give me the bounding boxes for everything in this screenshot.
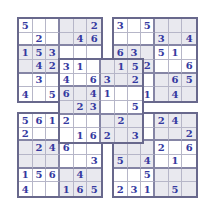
- grid-center-cell-r4c3[interactable]: 3: [87, 101, 101, 115]
- grid-center-cell-r3c3[interactable]: 4: [87, 87, 101, 101]
- grid-bottom-left-cell-r4c2[interactable]: [33, 155, 47, 169]
- grid-top-left-cell-r1c3[interactable]: [46, 19, 60, 33]
- grid-top-left-cell-r6c2[interactable]: [33, 87, 47, 101]
- grid-center-cell-r2c6[interactable]: 2: [128, 74, 142, 88]
- grid-center-cell-r2c1[interactable]: 4: [60, 74, 74, 88]
- grid-bottom-left-cell-r6c3[interactable]: [46, 182, 60, 196]
- grid-center-cell-r1c5[interactable]: 1: [115, 60, 129, 74]
- grid-bottom-right-cell-r2c4[interactable]: [155, 128, 169, 142]
- grid-bottom-left-cell-r5c1[interactable]: 1: [19, 169, 33, 183]
- grid-bottom-left-cell-r6c6[interactable]: 5: [87, 182, 101, 196]
- grid-top-left-cell-r6c1[interactable]: 4: [19, 87, 33, 101]
- grid-center-cell-r3c6[interactable]: [128, 87, 142, 101]
- grid-center-cell-r6c2[interactable]: 1: [74, 128, 88, 142]
- grid-bottom-right-cell-r6c2[interactable]: 3: [128, 182, 142, 196]
- grid-center-cell-r5c4[interactable]: [101, 115, 115, 129]
- grid-top-left-cell-r2c3[interactable]: [46, 33, 60, 47]
- grid-bottom-right-cell-r5c1[interactable]: [114, 169, 128, 183]
- grid-center-cell-r5c6[interactable]: [128, 115, 142, 129]
- grid-bottom-right-cell-r1c4[interactable]: 2: [155, 114, 169, 128]
- grid-bottom-left-cell-r4c4[interactable]: [60, 155, 74, 169]
- grid-center-cell-r1c4[interactable]: [101, 60, 115, 74]
- grid-bottom-left-cell-r4c1[interactable]: [19, 155, 33, 169]
- grid-bottom-right-cell-r3c4[interactable]: 2: [155, 141, 169, 155]
- grid-center-cell-r6c1[interactable]: [60, 128, 74, 142]
- grid-top-right-cell-r3c4[interactable]: 5: [155, 46, 169, 60]
- grid-center-cell-r4c4[interactable]: [101, 101, 115, 115]
- grid-top-left-cell-r2c4[interactable]: [60, 33, 74, 47]
- grid-bottom-right-cell-r5c5[interactable]: [169, 169, 183, 183]
- grid-center-cell-r5c2[interactable]: [74, 115, 88, 129]
- grid-center-cell-r3c1[interactable]: 6: [60, 87, 74, 101]
- grid-top-right-cell-r2c3[interactable]: [141, 33, 155, 47]
- grid-top-right-cell-r1c2[interactable]: [128, 19, 142, 33]
- grid-center-cell-r2c4[interactable]: 3: [101, 74, 115, 88]
- grid-top-right-cell-r4c6[interactable]: 6: [182, 60, 196, 74]
- grid-center-cell-r5c5[interactable]: 2: [115, 115, 129, 129]
- grid-top-right-cell-r1c4[interactable]: [155, 19, 169, 33]
- grid-bottom-left-cell-r2c2[interactable]: [33, 128, 47, 142]
- grid-bottom-right-cell-r4c4[interactable]: [155, 155, 169, 169]
- grid-bottom-right-cell-r6c1[interactable]: 2: [114, 182, 128, 196]
- grid-center-cell-r2c5[interactable]: [115, 74, 129, 88]
- grid-top-right-cell-r6c5[interactable]: 4: [169, 87, 183, 101]
- grid-top-right-cell-r1c5[interactable]: [169, 19, 183, 33]
- grid-bottom-left-cell-r6c1[interactable]: 4: [19, 182, 33, 196]
- grid-top-right-cell-r1c1[interactable]: 3: [114, 19, 128, 33]
- grid-top-left-cell-r1c5[interactable]: [74, 19, 88, 33]
- grid-center-cell-r6c6[interactable]: 3: [128, 128, 142, 142]
- grid-top-right-cell-r6c4[interactable]: [155, 87, 169, 101]
- grid-bottom-left-cell-r3c2[interactable]: 2: [33, 141, 47, 155]
- grid-top-right-cell-r3c5[interactable]: 1: [169, 46, 183, 60]
- grid-bottom-right-cell-r2c6[interactable]: 2: [182, 128, 196, 142]
- grid-top-left-cell-r5c2[interactable]: 3: [33, 74, 47, 88]
- grid-bottom-right-cell-r5c2[interactable]: [128, 169, 142, 183]
- grid-center: 31154632641235221623: [58, 58, 144, 144]
- grid-top-left-cell-r4c1[interactable]: [19, 60, 33, 74]
- grid-top-right-cell-r2c4[interactable]: 3: [155, 33, 169, 47]
- grid-center-cell-r6c4[interactable]: 2: [101, 128, 115, 142]
- grid-bottom-left-cell-r4c6[interactable]: 3: [87, 155, 101, 169]
- grid-bottom-left-cell-r5c2[interactable]: 5: [33, 169, 47, 183]
- grid-bottom-right-cell-r3c5[interactable]: [169, 141, 183, 155]
- grid-bottom-left-cell-r4c3[interactable]: [46, 155, 60, 169]
- grid-bottom-right-cell-r5c3[interactable]: 5: [141, 169, 155, 183]
- grid-top-right-cell-r6c6[interactable]: [182, 87, 196, 101]
- grid-bottom-right-cell-r5c4[interactable]: [155, 169, 169, 183]
- grid-top-right-cell-r2c6[interactable]: 4: [182, 33, 196, 47]
- grid-center-cell-r5c1[interactable]: 2: [60, 115, 74, 129]
- grid-top-right-cell-r2c2[interactable]: [128, 33, 142, 47]
- grid-top-right-cell-r2c5[interactable]: [169, 33, 183, 47]
- grid-bottom-right-cell-r5c6[interactable]: [182, 169, 196, 183]
- grid-bottom-right-cell-r6c3[interactable]: 1: [141, 182, 155, 196]
- grid-top-right-cell-r4c5[interactable]: [169, 60, 183, 74]
- grid-bottom-left-cell-r1c1[interactable]: 5: [19, 114, 33, 128]
- grid-top-left-cell-r1c6[interactable]: 2: [87, 19, 101, 33]
- grid-bottom-right-cell-r4c2[interactable]: [128, 155, 142, 169]
- grid-top-left-cell-r5c1[interactable]: [19, 74, 33, 88]
- samurai-sudoku-board: 5224615342313464564353463511526265145612…: [0, 0, 200, 200]
- grid-top-right-cell-r3c6[interactable]: [182, 46, 196, 60]
- grid-bottom-left-cell-r6c2[interactable]: [33, 182, 47, 196]
- grid-top-right-cell-r1c3[interactable]: 5: [141, 19, 155, 33]
- grid-center-cell-r4c5[interactable]: [115, 101, 129, 115]
- grid-top-right-cell-r5c5[interactable]: 6: [169, 74, 183, 88]
- grid-bottom-left-cell-r5c6[interactable]: [87, 169, 101, 183]
- grid-top-left-cell-r2c5[interactable]: 4: [74, 33, 88, 47]
- grid-center-cell-r3c5[interactable]: [115, 87, 129, 101]
- grid-center-cell-r2c2[interactable]: [74, 74, 88, 88]
- grid-center-cell-r4c6[interactable]: 5: [128, 101, 142, 115]
- grid-top-left-cell-r2c1[interactable]: [19, 33, 33, 47]
- grid-bottom-right-cell-r6c5[interactable]: 5: [169, 182, 183, 196]
- grid-center-cell-r3c2[interactable]: [74, 87, 88, 101]
- grid-center-cell-r1c2[interactable]: 1: [74, 60, 88, 74]
- grid-bottom-right-cell-r1c6[interactable]: [182, 114, 196, 128]
- grid-bottom-left-cell-r4c5[interactable]: [74, 155, 88, 169]
- grid-bottom-left-cell-r2c1[interactable]: 2: [19, 128, 33, 142]
- grid-center-cell-r5c3[interactable]: [87, 115, 101, 129]
- grid-bottom-right-cell-r6c4[interactable]: [155, 182, 169, 196]
- grid-bottom-left-cell-r5c5[interactable]: 4: [74, 169, 88, 183]
- grid-top-left-cell-r2c2[interactable]: 2: [33, 33, 47, 47]
- grid-top-left-cell-r1c2[interactable]: [33, 19, 47, 33]
- grid-top-left-cell-r1c1[interactable]: 5: [19, 19, 33, 33]
- grid-bottom-right-cell-r3c6[interactable]: 6: [182, 141, 196, 155]
- grid-center-cell-r4c1[interactable]: [60, 101, 74, 115]
- grid-bottom-left-cell-r6c5[interactable]: 6: [74, 182, 88, 196]
- grid-center-cell-r1c6[interactable]: 5: [128, 60, 142, 74]
- grid-top-left-cell-r4c2[interactable]: 4: [33, 60, 47, 74]
- grid-top-right-cell-r2c1[interactable]: [114, 33, 128, 47]
- grid-center-cell-r1c3[interactable]: [87, 60, 101, 74]
- grid-top-left-cell-r1c4[interactable]: [60, 19, 74, 33]
- grid-bottom-right-cell-r4c6[interactable]: [182, 155, 196, 169]
- grid-top-left-cell-r3c1[interactable]: 1: [19, 46, 33, 60]
- grid-top-right-cell-r5c6[interactable]: 5: [182, 74, 196, 88]
- grid-center-cell-r6c5[interactable]: [115, 128, 129, 142]
- grid-bottom-right-cell-r2c5[interactable]: [169, 128, 183, 142]
- grid-bottom-right-cell-r4c5[interactable]: 1: [169, 155, 183, 169]
- grid-top-right-cell-r4c4[interactable]: [155, 60, 169, 74]
- grid-bottom-left-cell-r5c4[interactable]: [60, 169, 74, 183]
- grid-bottom-right-cell-r6c6[interactable]: [182, 182, 196, 196]
- grid-top-right-cell-r1c6[interactable]: [182, 19, 196, 33]
- grid-bottom-left-cell-r5c3[interactable]: 6: [46, 169, 60, 183]
- grid-center-cell-r4c2[interactable]: 2: [74, 101, 88, 115]
- grid-center-cell-r3c4[interactable]: 1: [101, 87, 115, 101]
- grid-bottom-right-cell-r4c3[interactable]: 4: [141, 155, 155, 169]
- grid-bottom-left-cell-r3c1[interactable]: [19, 141, 33, 155]
- grid-top-left-cell-r3c2[interactable]: 5: [33, 46, 47, 60]
- grid-center-cell-r2c3[interactable]: 6: [87, 74, 101, 88]
- grid-top-right-cell-r5c4[interactable]: [155, 74, 169, 88]
- grid-bottom-left-cell-r6c4[interactable]: 1: [60, 182, 74, 196]
- grid-center-cell-r1c1[interactable]: 3: [60, 60, 74, 74]
- grid-bottom-left-cell-r1c2[interactable]: 6: [33, 114, 47, 128]
- grid-top-left-cell-r2c6[interactable]: 6: [87, 33, 101, 47]
- grid-bottom-right-cell-r4c1[interactable]: 5: [114, 155, 128, 169]
- grid-bottom-right-cell-r1c5[interactable]: 4: [169, 114, 183, 128]
- grid-center-cell-r6c3[interactable]: 6: [87, 128, 101, 142]
